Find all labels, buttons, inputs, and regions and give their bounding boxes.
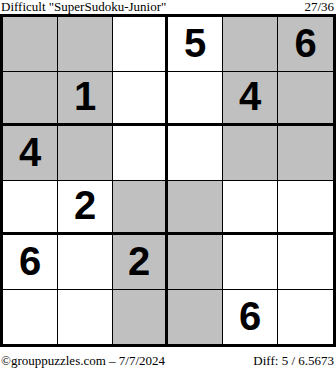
copyright-text: ©grouppuzzles.com – 7/7/2024 (0, 354, 165, 368)
cell-r4c3[interactable] (113, 181, 168, 236)
cell-r6c2[interactable] (58, 290, 113, 345)
given-digit: 6 (239, 296, 261, 338)
cell-r4c6[interactable] (278, 181, 333, 236)
cell-r3c4[interactable] (168, 126, 223, 181)
cell-r6c6[interactable] (278, 290, 333, 345)
cell-r3c3[interactable] (113, 126, 168, 181)
cell-r5c6[interactable] (278, 235, 333, 290)
given-digit: 6 (19, 241, 41, 283)
cell-r2c1[interactable] (3, 72, 58, 127)
given-digit: 4 (19, 132, 41, 174)
footer-bar: ©grouppuzzles.com – 7/7/2024 Diff: 5 / 6… (0, 352, 336, 368)
cell-r2c3[interactable] (113, 72, 168, 127)
cell-r3c5[interactable] (223, 126, 278, 181)
cell-r2c2[interactable]: 1 (58, 72, 113, 127)
cell-r1c5[interactable] (223, 17, 278, 72)
cell-r4c1[interactable] (3, 181, 58, 236)
cell-r2c5[interactable]: 4 (223, 72, 278, 127)
cell-r4c4[interactable] (168, 181, 223, 236)
cell-r5c4[interactable] (168, 235, 223, 290)
cell-r2c6[interactable] (278, 72, 333, 127)
cell-r6c4[interactable] (168, 290, 223, 345)
cell-r5c2[interactable] (58, 235, 113, 290)
puzzle-counter: 27/36 (304, 0, 336, 13)
cell-r2c4[interactable] (168, 72, 223, 127)
cell-r3c1[interactable]: 4 (3, 126, 58, 181)
cell-r5c5[interactable] (223, 235, 278, 290)
cell-r6c3[interactable] (113, 290, 168, 345)
given-digit: 2 (74, 185, 96, 227)
sudoku-board: 561442626 (0, 14, 336, 347)
cell-r5c3[interactable]: 2 (113, 235, 168, 290)
puzzle-title: Difficult "SuperSudoku-Junior" (0, 0, 166, 13)
given-digit: 1 (74, 76, 96, 118)
given-digit: 5 (184, 23, 206, 65)
cell-r6c1[interactable] (3, 290, 58, 345)
given-digit: 2 (128, 241, 150, 283)
cell-r1c4[interactable]: 5 (168, 17, 223, 72)
given-digit: 6 (294, 23, 316, 65)
cell-r4c5[interactable] (223, 181, 278, 236)
cell-r5c1[interactable]: 6 (3, 235, 58, 290)
cell-r3c6[interactable] (278, 126, 333, 181)
cell-r1c3[interactable] (113, 17, 168, 72)
cell-r1c2[interactable] (58, 17, 113, 72)
header-bar: Difficult "SuperSudoku-Junior" 27/36 (0, 0, 336, 14)
cell-r1c6[interactable]: 6 (278, 17, 333, 72)
cell-r6c5[interactable]: 6 (223, 290, 278, 345)
difficulty-text: Diff: 5 / 6.5673 (253, 354, 336, 368)
cell-r3c2[interactable] (58, 126, 113, 181)
given-digit: 4 (239, 76, 261, 118)
cell-r4c2[interactable]: 2 (58, 181, 113, 236)
cell-r1c1[interactable] (3, 17, 58, 72)
